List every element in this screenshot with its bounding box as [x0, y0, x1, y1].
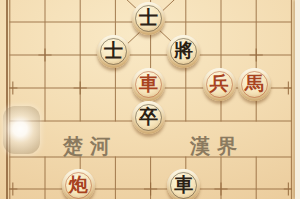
piece-label: 炮 — [69, 175, 88, 194]
piece-label: 士 — [139, 8, 158, 27]
floating-widget-button[interactable] — [3, 106, 40, 154]
piece-label: 馬 — [245, 74, 264, 93]
piece-label: 兵 — [210, 74, 229, 93]
board-right-edge — [295, 0, 300, 199]
piece-red-cannon[interactable]: 炮 — [62, 169, 95, 199]
piece-red-soldier[interactable]: 兵 — [203, 68, 236, 101]
piece-label: 車 — [174, 175, 193, 194]
piece-black-advisor[interactable]: 士 — [132, 2, 165, 35]
piece-label: 車 — [139, 74, 158, 93]
piece-red-chariot[interactable]: 車 — [132, 68, 165, 101]
piece-black-chariot[interactable]: 車 — [167, 169, 200, 199]
piece-label: 士 — [104, 41, 123, 60]
board-left-border — [6, 0, 8, 199]
piece-label: 卒 — [139, 107, 158, 126]
xiangqi-board[interactable]: 楚河 漢界 士士將車兵馬卒炮車 — [0, 0, 300, 199]
piece-black-soldier[interactable]: 卒 — [132, 101, 165, 134]
river-label-chuhe: 楚河 — [63, 133, 117, 159]
piece-black-advisor[interactable]: 士 — [97, 35, 130, 68]
piece-label: 將 — [174, 41, 193, 60]
piece-red-horse[interactable]: 馬 — [238, 68, 271, 101]
river-label-hanjie: 漢界 — [190, 133, 244, 159]
